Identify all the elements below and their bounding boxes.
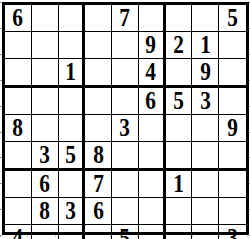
given-digit: 8 xyxy=(93,142,104,168)
cell-r2c5[interactable] xyxy=(112,32,139,59)
cell-r1c5[interactable]: 7 xyxy=(112,5,139,32)
cell-r6c2[interactable]: 3 xyxy=(32,142,59,171)
given-digit: 5 xyxy=(227,5,238,31)
cell-r9c4[interactable] xyxy=(85,225,112,239)
cell-r9c1[interactable]: 4 xyxy=(5,225,32,239)
given-digit: 5 xyxy=(65,142,76,168)
given-digit: 4 xyxy=(145,59,156,85)
cell-r2c1[interactable] xyxy=(5,32,32,59)
given-digit: 6 xyxy=(93,198,104,224)
cell-r5c7[interactable] xyxy=(166,115,193,142)
cell-r5c9[interactable]: 9 xyxy=(219,115,246,142)
cell-r1c9[interactable]: 5 xyxy=(219,5,246,32)
cell-r1c4[interactable] xyxy=(85,5,112,32)
cell-r6c7[interactable] xyxy=(166,142,193,171)
given-digit: 6 xyxy=(145,88,156,114)
given-digit: 3 xyxy=(65,198,76,224)
cell-r1c2[interactable] xyxy=(32,5,59,32)
outer-table-tick-marks-right xyxy=(249,2,250,236)
cell-r8c3[interactable]: 3 xyxy=(59,198,86,225)
cell-r5c3[interactable] xyxy=(59,115,86,142)
cell-r8c9[interactable] xyxy=(219,198,246,225)
given-digit: 1 xyxy=(173,171,184,197)
given-digit: 5 xyxy=(173,88,184,114)
cell-r5c6[interactable] xyxy=(139,115,166,142)
cell-r1c8[interactable] xyxy=(192,5,219,32)
cell-r9c5[interactable]: 5 xyxy=(112,225,139,239)
cell-r9c8[interactable] xyxy=(192,225,219,239)
cell-r5c5[interactable]: 3 xyxy=(112,115,139,142)
cell-r9c3[interactable] xyxy=(59,225,86,239)
cell-r2c7[interactable]: 2 xyxy=(166,32,193,59)
cell-r4c9[interactable] xyxy=(219,88,246,115)
cell-r7c8[interactable] xyxy=(192,171,219,198)
cell-r6c5[interactable] xyxy=(112,142,139,171)
cell-r1c7[interactable] xyxy=(166,5,193,32)
given-digit: 9 xyxy=(145,32,156,58)
cell-r7c5[interactable] xyxy=(112,171,139,198)
cell-r4c5[interactable] xyxy=(112,88,139,115)
cell-r8c7[interactable] xyxy=(166,198,193,225)
cell-r7c4[interactable]: 7 xyxy=(85,171,112,198)
cell-r4c7[interactable]: 5 xyxy=(166,88,193,115)
cell-r2c3[interactable] xyxy=(59,32,86,59)
given-digit: 3 xyxy=(39,142,50,168)
given-digit: 8 xyxy=(13,115,24,141)
cell-r4c1[interactable] xyxy=(5,88,32,115)
given-digit: 3 xyxy=(120,115,131,141)
cell-r1c1[interactable]: 6 xyxy=(5,5,32,32)
given-digit: 9 xyxy=(227,115,238,141)
cell-r6c3[interactable]: 5 xyxy=(59,142,86,171)
given-digit: 7 xyxy=(120,5,131,31)
cell-r9c2[interactable] xyxy=(32,225,59,239)
cell-r1c6[interactable] xyxy=(139,5,166,32)
cell-r3c7[interactable] xyxy=(166,59,193,88)
sudoku-board: 675921149653839358671836453 xyxy=(2,2,249,235)
given-digit: 3 xyxy=(200,88,211,114)
cell-r4c2[interactable] xyxy=(32,88,59,115)
cell-r8c2[interactable]: 8 xyxy=(32,198,59,225)
cell-r2c6[interactable]: 9 xyxy=(139,32,166,59)
cell-r7c3[interactable] xyxy=(59,171,86,198)
given-digit: 2 xyxy=(173,32,184,58)
cell-r8c4[interactable]: 6 xyxy=(85,198,112,225)
cell-r2c2[interactable] xyxy=(32,32,59,59)
cell-r3c4[interactable] xyxy=(85,59,112,88)
given-digit: 1 xyxy=(65,59,76,85)
cell-r2c4[interactable] xyxy=(85,32,112,59)
cell-r5c8[interactable] xyxy=(192,115,219,142)
given-digit: 6 xyxy=(13,5,24,31)
cell-r7c7[interactable]: 1 xyxy=(166,171,193,198)
cell-r7c2[interactable]: 6 xyxy=(32,171,59,198)
cell-r3c1[interactable] xyxy=(5,59,32,88)
cell-r9c6[interactable] xyxy=(139,225,166,239)
cell-r6c8[interactable] xyxy=(192,142,219,171)
given-digit: 1 xyxy=(200,32,211,58)
cell-r4c3[interactable] xyxy=(59,88,86,115)
cell-r4c8[interactable]: 3 xyxy=(192,88,219,115)
cell-r8c8[interactable] xyxy=(192,198,219,225)
cell-r5c1[interactable]: 8 xyxy=(5,115,32,142)
cell-r2c9[interactable] xyxy=(219,32,246,59)
cell-r3c6[interactable]: 4 xyxy=(139,59,166,88)
cell-r7c9[interactable] xyxy=(219,171,246,198)
cell-r5c2[interactable] xyxy=(32,115,59,142)
cell-r8c1[interactable] xyxy=(5,198,32,225)
cell-r3c9[interactable] xyxy=(219,59,246,88)
given-digit: 8 xyxy=(39,198,50,224)
cell-r6c4[interactable]: 8 xyxy=(85,142,112,171)
cell-r3c5[interactable] xyxy=(112,59,139,88)
given-digit: 6 xyxy=(39,171,50,197)
given-digit: 3 xyxy=(227,225,238,239)
cell-r6c6[interactable] xyxy=(139,142,166,171)
cell-r9c7[interactable] xyxy=(166,225,193,239)
cell-r6c1[interactable] xyxy=(5,142,32,171)
cell-r8c6[interactable] xyxy=(139,198,166,225)
cell-r3c2[interactable] xyxy=(32,59,59,88)
cell-r1c3[interactable] xyxy=(59,5,86,32)
cell-r4c4[interactable] xyxy=(85,88,112,115)
cell-r2c8[interactable]: 1 xyxy=(192,32,219,59)
cell-r3c8[interactable]: 9 xyxy=(192,59,219,88)
sudoku-puzzle: 675921149653839358671836453 xyxy=(0,0,250,239)
given-digit: 7 xyxy=(93,171,104,197)
cell-r4c6[interactable]: 6 xyxy=(139,88,166,115)
cell-r7c6[interactable] xyxy=(139,171,166,198)
cell-r3c3[interactable]: 1 xyxy=(59,59,86,88)
cell-r9c9[interactable]: 3 xyxy=(219,225,246,239)
cell-r7c1[interactable] xyxy=(5,171,32,198)
cell-r6c9[interactable] xyxy=(219,142,246,171)
cell-r8c5[interactable] xyxy=(112,198,139,225)
cell-r5c4[interactable] xyxy=(85,115,112,142)
given-digit: 5 xyxy=(120,225,131,239)
given-digit: 9 xyxy=(200,59,211,85)
given-digit: 4 xyxy=(13,225,24,239)
